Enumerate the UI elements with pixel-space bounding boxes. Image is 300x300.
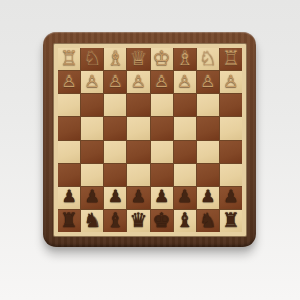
black-bishop: ♝ — [176, 210, 194, 230]
square-r2c3[interactable]: ♙ — [104, 71, 126, 93]
square-r6c4[interactable] — [127, 164, 149, 186]
square-r3c3[interactable] — [104, 94, 126, 116]
square-r4c8[interactable] — [220, 117, 242, 139]
square-r1c1[interactable]: ♖ — [58, 48, 80, 70]
square-r1c6[interactable]: ♗ — [174, 48, 196, 70]
white-pawn: ♙ — [200, 73, 215, 90]
square-r4c3[interactable] — [104, 117, 126, 139]
white-queen: ♕ — [129, 48, 147, 68]
square-r2c5[interactable]: ♙ — [151, 71, 173, 93]
square-r5c5[interactable] — [151, 141, 173, 163]
square-r4c1[interactable] — [58, 117, 80, 139]
square-r1c7[interactable]: ♘ — [197, 48, 219, 70]
white-knight: ♘ — [83, 48, 101, 68]
square-r4c5[interactable] — [151, 117, 173, 139]
square-r3c8[interactable] — [220, 94, 242, 116]
square-r8c7[interactable]: ♞ — [197, 210, 219, 232]
square-r6c3[interactable] — [104, 164, 126, 186]
white-pawn: ♙ — [108, 73, 123, 90]
square-r4c6[interactable] — [174, 117, 196, 139]
black-pawn: ♟ — [200, 188, 215, 205]
square-r5c6[interactable] — [174, 141, 196, 163]
square-r6c6[interactable] — [174, 164, 196, 186]
square-r1c4[interactable]: ♕ — [127, 48, 149, 70]
square-r2c8[interactable]: ♙ — [220, 71, 242, 93]
white-pawn: ♙ — [223, 73, 238, 90]
white-bishop: ♗ — [106, 48, 124, 68]
black-pawn: ♟ — [154, 188, 169, 205]
square-r3c1[interactable] — [58, 94, 80, 116]
white-knight: ♘ — [199, 48, 217, 68]
square-r6c2[interactable] — [81, 164, 103, 186]
square-r1c5[interactable]: ♔ — [151, 48, 173, 70]
black-rook: ♜ — [222, 210, 240, 230]
square-r8c8[interactable]: ♜ — [220, 210, 242, 232]
square-r7c4[interactable]: ♟ — [127, 187, 149, 209]
white-pawn: ♙ — [61, 73, 76, 90]
black-knight: ♞ — [199, 210, 217, 230]
black-pawn: ♟ — [131, 188, 146, 205]
square-r3c4[interactable] — [127, 94, 149, 116]
photo-background: ♖♘♗♕♔♗♘♖♙♙♙♙♙♙♙♙♟♟♟♟♟♟♟♟♜♞♝♛♚♝♞♜ — [0, 0, 300, 300]
square-r8c6[interactable]: ♝ — [174, 210, 196, 232]
white-pawn: ♙ — [154, 73, 169, 90]
square-r1c3[interactable]: ♗ — [104, 48, 126, 70]
square-r8c1[interactable]: ♜ — [58, 210, 80, 232]
black-queen: ♛ — [129, 210, 147, 230]
square-r7c2[interactable]: ♟ — [81, 187, 103, 209]
square-r3c5[interactable] — [151, 94, 173, 116]
black-pawn: ♟ — [61, 188, 76, 205]
square-r7c7[interactable]: ♟ — [197, 187, 219, 209]
white-pawn: ♙ — [85, 73, 100, 90]
square-r5c1[interactable] — [58, 141, 80, 163]
white-rook: ♖ — [60, 48, 78, 68]
square-r2c2[interactable]: ♙ — [81, 71, 103, 93]
square-r6c8[interactable] — [220, 164, 242, 186]
square-r2c4[interactable]: ♙ — [127, 71, 149, 93]
square-r8c5[interactable]: ♚ — [151, 210, 173, 232]
square-r7c1[interactable]: ♟ — [58, 187, 80, 209]
square-r2c6[interactable]: ♙ — [174, 71, 196, 93]
black-pawn: ♟ — [177, 188, 192, 205]
square-r4c7[interactable] — [197, 117, 219, 139]
black-knight: ♞ — [83, 210, 101, 230]
chess-board: ♖♘♗♕♔♗♘♖♙♙♙♙♙♙♙♙♟♟♟♟♟♟♟♟♜♞♝♛♚♝♞♜ — [43, 32, 256, 247]
square-r3c6[interactable] — [174, 94, 196, 116]
square-r4c4[interactable] — [127, 117, 149, 139]
black-king: ♚ — [153, 210, 171, 230]
square-r5c2[interactable] — [81, 141, 103, 163]
square-r5c4[interactable] — [127, 141, 149, 163]
white-king: ♔ — [153, 48, 171, 68]
black-bishop: ♝ — [106, 210, 124, 230]
square-r1c2[interactable]: ♘ — [81, 48, 103, 70]
square-r8c3[interactable]: ♝ — [104, 210, 126, 232]
square-r6c5[interactable] — [151, 164, 173, 186]
square-r4c2[interactable] — [81, 117, 103, 139]
square-r2c7[interactable]: ♙ — [197, 71, 219, 93]
square-r5c7[interactable] — [197, 141, 219, 163]
black-pawn: ♟ — [108, 188, 123, 205]
square-r7c8[interactable]: ♟ — [220, 187, 242, 209]
black-pawn: ♟ — [85, 188, 100, 205]
square-r2c1[interactable]: ♙ — [58, 71, 80, 93]
square-r5c3[interactable] — [104, 141, 126, 163]
square-r1c8[interactable]: ♖ — [220, 48, 242, 70]
black-pawn: ♟ — [223, 188, 238, 205]
square-r5c8[interactable] — [220, 141, 242, 163]
white-pawn: ♙ — [177, 73, 192, 90]
white-bishop: ♗ — [176, 48, 194, 68]
board-grid: ♖♘♗♕♔♗♘♖♙♙♙♙♙♙♙♙♟♟♟♟♟♟♟♟♜♞♝♛♚♝♞♜ — [58, 48, 242, 232]
black-rook: ♜ — [60, 210, 78, 230]
square-r7c5[interactable]: ♟ — [151, 187, 173, 209]
square-r3c2[interactable] — [81, 94, 103, 116]
square-r6c7[interactable] — [197, 164, 219, 186]
square-r7c3[interactable]: ♟ — [104, 187, 126, 209]
white-rook: ♖ — [222, 48, 240, 68]
square-r8c2[interactable]: ♞ — [81, 210, 103, 232]
square-r6c1[interactable] — [58, 164, 80, 186]
square-r3c7[interactable] — [197, 94, 219, 116]
square-r8c4[interactable]: ♛ — [127, 210, 149, 232]
square-r7c6[interactable]: ♟ — [174, 187, 196, 209]
white-pawn: ♙ — [131, 73, 146, 90]
